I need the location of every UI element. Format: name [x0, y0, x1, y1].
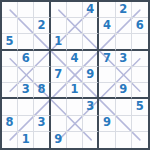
- cell-r5c4-given[interactable]: 7: [51, 67, 67, 83]
- cell-r7c4[interactable]: [51, 99, 67, 115]
- cell-r6c7[interactable]: [99, 83, 115, 99]
- cell-r2c7-given[interactable]: 4: [99, 18, 115, 34]
- cell-r1c2[interactable]: [18, 2, 34, 18]
- cell-r2c9-given[interactable]: 6: [132, 18, 148, 34]
- cell-r1c6-given[interactable]: 4: [83, 2, 99, 18]
- cell-r3c5[interactable]: [67, 34, 83, 50]
- cell-r3c1-given[interactable]: 5: [2, 34, 18, 50]
- cell-r9c3[interactable]: [34, 132, 50, 148]
- cell-r4c3[interactable]: [34, 51, 50, 67]
- cell-r1c3[interactable]: [34, 2, 50, 18]
- cell-r3c8[interactable]: [116, 34, 132, 50]
- cell-r3c6[interactable]: [83, 34, 99, 50]
- cell-r2c5[interactable]: [67, 18, 83, 34]
- cell-r5c6-given[interactable]: 9: [83, 67, 99, 83]
- cell-r9c9[interactable]: [132, 132, 148, 148]
- cell-r8c9[interactable]: [132, 116, 148, 132]
- cell-r6c6[interactable]: [83, 83, 99, 99]
- cell-r4c1[interactable]: [2, 51, 18, 67]
- cell-r4c8-given[interactable]: 3: [116, 51, 132, 67]
- cell-r8c2[interactable]: [18, 116, 34, 132]
- cell-r4c5-given[interactable]: 4: [67, 51, 83, 67]
- cell-r6c1[interactable]: [2, 83, 18, 99]
- cell-r2c8[interactable]: [116, 18, 132, 34]
- cell-r3c2[interactable]: [18, 34, 34, 50]
- cell-r9c4-given[interactable]: 9: [51, 132, 67, 148]
- cell-r3c7[interactable]: [99, 34, 115, 50]
- cell-r8c6[interactable]: [83, 116, 99, 132]
- cell-r7c1[interactable]: [2, 99, 18, 115]
- cell-r5c5[interactable]: [67, 67, 83, 83]
- cell-r7c5[interactable]: [67, 99, 83, 115]
- cell-r2c3-given[interactable]: 2: [34, 18, 50, 34]
- cell-r9c1[interactable]: [2, 132, 18, 148]
- cell-r9c8[interactable]: [116, 132, 132, 148]
- cell-r5c7[interactable]: [99, 67, 115, 83]
- cell-r6c4[interactable]: [51, 83, 67, 99]
- cell-r1c4[interactable]: [51, 2, 67, 18]
- cell-r2c1[interactable]: [2, 18, 18, 34]
- cell-r5c9[interactable]: [132, 67, 148, 83]
- cell-r6c3-given[interactable]: 8: [34, 83, 50, 99]
- cell-r2c6[interactable]: [83, 18, 99, 34]
- cell-r1c8-given[interactable]: 2: [116, 2, 132, 18]
- cell-r7c6-given[interactable]: 3: [83, 99, 99, 115]
- sudoku-grid: 422465164737938193583919: [2, 2, 148, 148]
- cell-r8c7-given[interactable]: 9: [99, 116, 115, 132]
- cell-r7c2[interactable]: [18, 99, 34, 115]
- cell-r9c2-given[interactable]: 1: [18, 132, 34, 148]
- cell-r5c1[interactable]: [2, 67, 18, 83]
- cell-r9c6[interactable]: [83, 132, 99, 148]
- cell-r7c8[interactable]: [116, 99, 132, 115]
- cell-r1c1[interactable]: [2, 2, 18, 18]
- cell-r8c5[interactable]: [67, 116, 83, 132]
- cell-r7c3[interactable]: [34, 99, 50, 115]
- cell-r6c9[interactable]: [132, 83, 148, 99]
- cell-r1c7[interactable]: [99, 2, 115, 18]
- cell-r7c9-given[interactable]: 5: [132, 99, 148, 115]
- cell-r9c7[interactable]: [99, 132, 115, 148]
- cell-r4c4[interactable]: [51, 51, 67, 67]
- cell-r4c7-given[interactable]: 7: [99, 51, 115, 67]
- cell-r4c6[interactable]: [83, 51, 99, 67]
- cell-r9c5[interactable]: [67, 132, 83, 148]
- cell-r3c3[interactable]: [34, 34, 50, 50]
- cell-r4c2-given[interactable]: 6: [18, 51, 34, 67]
- cell-r3c9[interactable]: [132, 34, 148, 50]
- cell-r5c2[interactable]: [18, 67, 34, 83]
- cell-r7c7[interactable]: [99, 99, 115, 115]
- cell-r8c4[interactable]: [51, 116, 67, 132]
- cell-r8c3-given[interactable]: 3: [34, 116, 50, 132]
- cell-r1c5[interactable]: [67, 2, 83, 18]
- cell-r8c8[interactable]: [116, 116, 132, 132]
- cell-r6c5-given[interactable]: 1: [67, 83, 83, 99]
- cell-r4c9[interactable]: [132, 51, 148, 67]
- cell-r5c8[interactable]: [116, 67, 132, 83]
- sudoku-board: 422465164737938193583919: [0, 0, 150, 150]
- cell-r6c8-given[interactable]: 9: [116, 83, 132, 99]
- cell-r5c3[interactable]: [34, 67, 50, 83]
- cell-r2c2[interactable]: [18, 18, 34, 34]
- cell-r8c1-given[interactable]: 8: [2, 116, 18, 132]
- cell-r3c4-given[interactable]: 1: [51, 34, 67, 50]
- cell-r6c2-given[interactable]: 3: [18, 83, 34, 99]
- cell-r2c4[interactable]: [51, 18, 67, 34]
- cell-r1c9[interactable]: [132, 2, 148, 18]
